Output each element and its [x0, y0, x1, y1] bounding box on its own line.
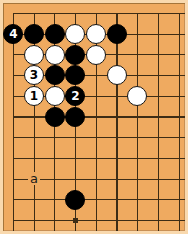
stone-white — [24, 45, 44, 65]
stone-black — [65, 190, 85, 210]
move-number: 2 — [71, 90, 79, 102]
stone-black — [65, 107, 85, 127]
move-number: 4 — [9, 28, 17, 40]
stone-black-move-2: 2 — [65, 86, 85, 106]
stone-white — [107, 65, 127, 85]
stone-white — [65, 24, 85, 44]
board-intersection-grid: 4312a — [3, 3, 188, 231]
stone-black — [65, 65, 85, 85]
hoshi-marker — [73, 218, 78, 223]
stone-black — [45, 107, 65, 127]
stone-white-move-3: 3 — [24, 65, 44, 85]
stone-white — [86, 24, 106, 44]
stone-white — [45, 45, 65, 65]
stone-black — [45, 24, 65, 44]
stone-white — [86, 45, 106, 65]
stone-white — [45, 86, 65, 106]
move-number: 1 — [30, 90, 38, 102]
stone-white — [127, 86, 147, 106]
stone-black — [24, 24, 44, 44]
stone-black — [107, 24, 127, 44]
stone-black — [65, 45, 85, 65]
go-board: 4312a — [0, 0, 188, 234]
point-label-a: a — [28, 172, 40, 185]
stone-black-move-4: 4 — [3, 24, 23, 44]
stone-black — [45, 65, 65, 85]
stone-white-move-1: 1 — [24, 86, 44, 106]
move-number: 3 — [30, 69, 38, 81]
